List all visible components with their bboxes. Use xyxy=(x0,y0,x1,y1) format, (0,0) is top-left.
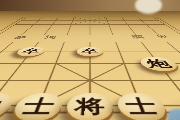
piece-black-advisor-d0[interactable]: 士 xyxy=(7,93,65,120)
piece-character: 卒 xyxy=(20,48,42,54)
piece-black-general-e0[interactable]: 将 xyxy=(64,93,115,120)
photo-scene: 楚 河 漢 界 卒 卒 炮 象 xyxy=(0,0,180,120)
piece-character: 士 xyxy=(124,97,161,116)
piece-character: 象 xyxy=(0,97,9,116)
piece-black-soldier-c3[interactable]: 卒 xyxy=(13,47,47,56)
board-intersection-grid: 卒 卒 炮 象 士 将 士 xyxy=(0,16,180,120)
piece-character: 士 xyxy=(19,97,56,116)
xiangqi-board-plane: 楚 河 漢 界 卒 卒 炮 象 xyxy=(0,11,180,120)
piece-black-advisor-f0[interactable]: 士 xyxy=(115,93,173,120)
piece-character: 炮 xyxy=(144,59,174,68)
blue-object-corner xyxy=(168,109,180,120)
piece-character: 将 xyxy=(74,97,106,116)
piece-character: 卒 xyxy=(81,48,99,54)
piece-black-cannon-g2[interactable]: 炮 xyxy=(137,57,180,71)
perspective-wrapper: 楚 河 漢 界 卒 卒 炮 象 xyxy=(0,0,180,120)
piece-black-soldier-e3[interactable]: 卒 xyxy=(76,47,104,56)
